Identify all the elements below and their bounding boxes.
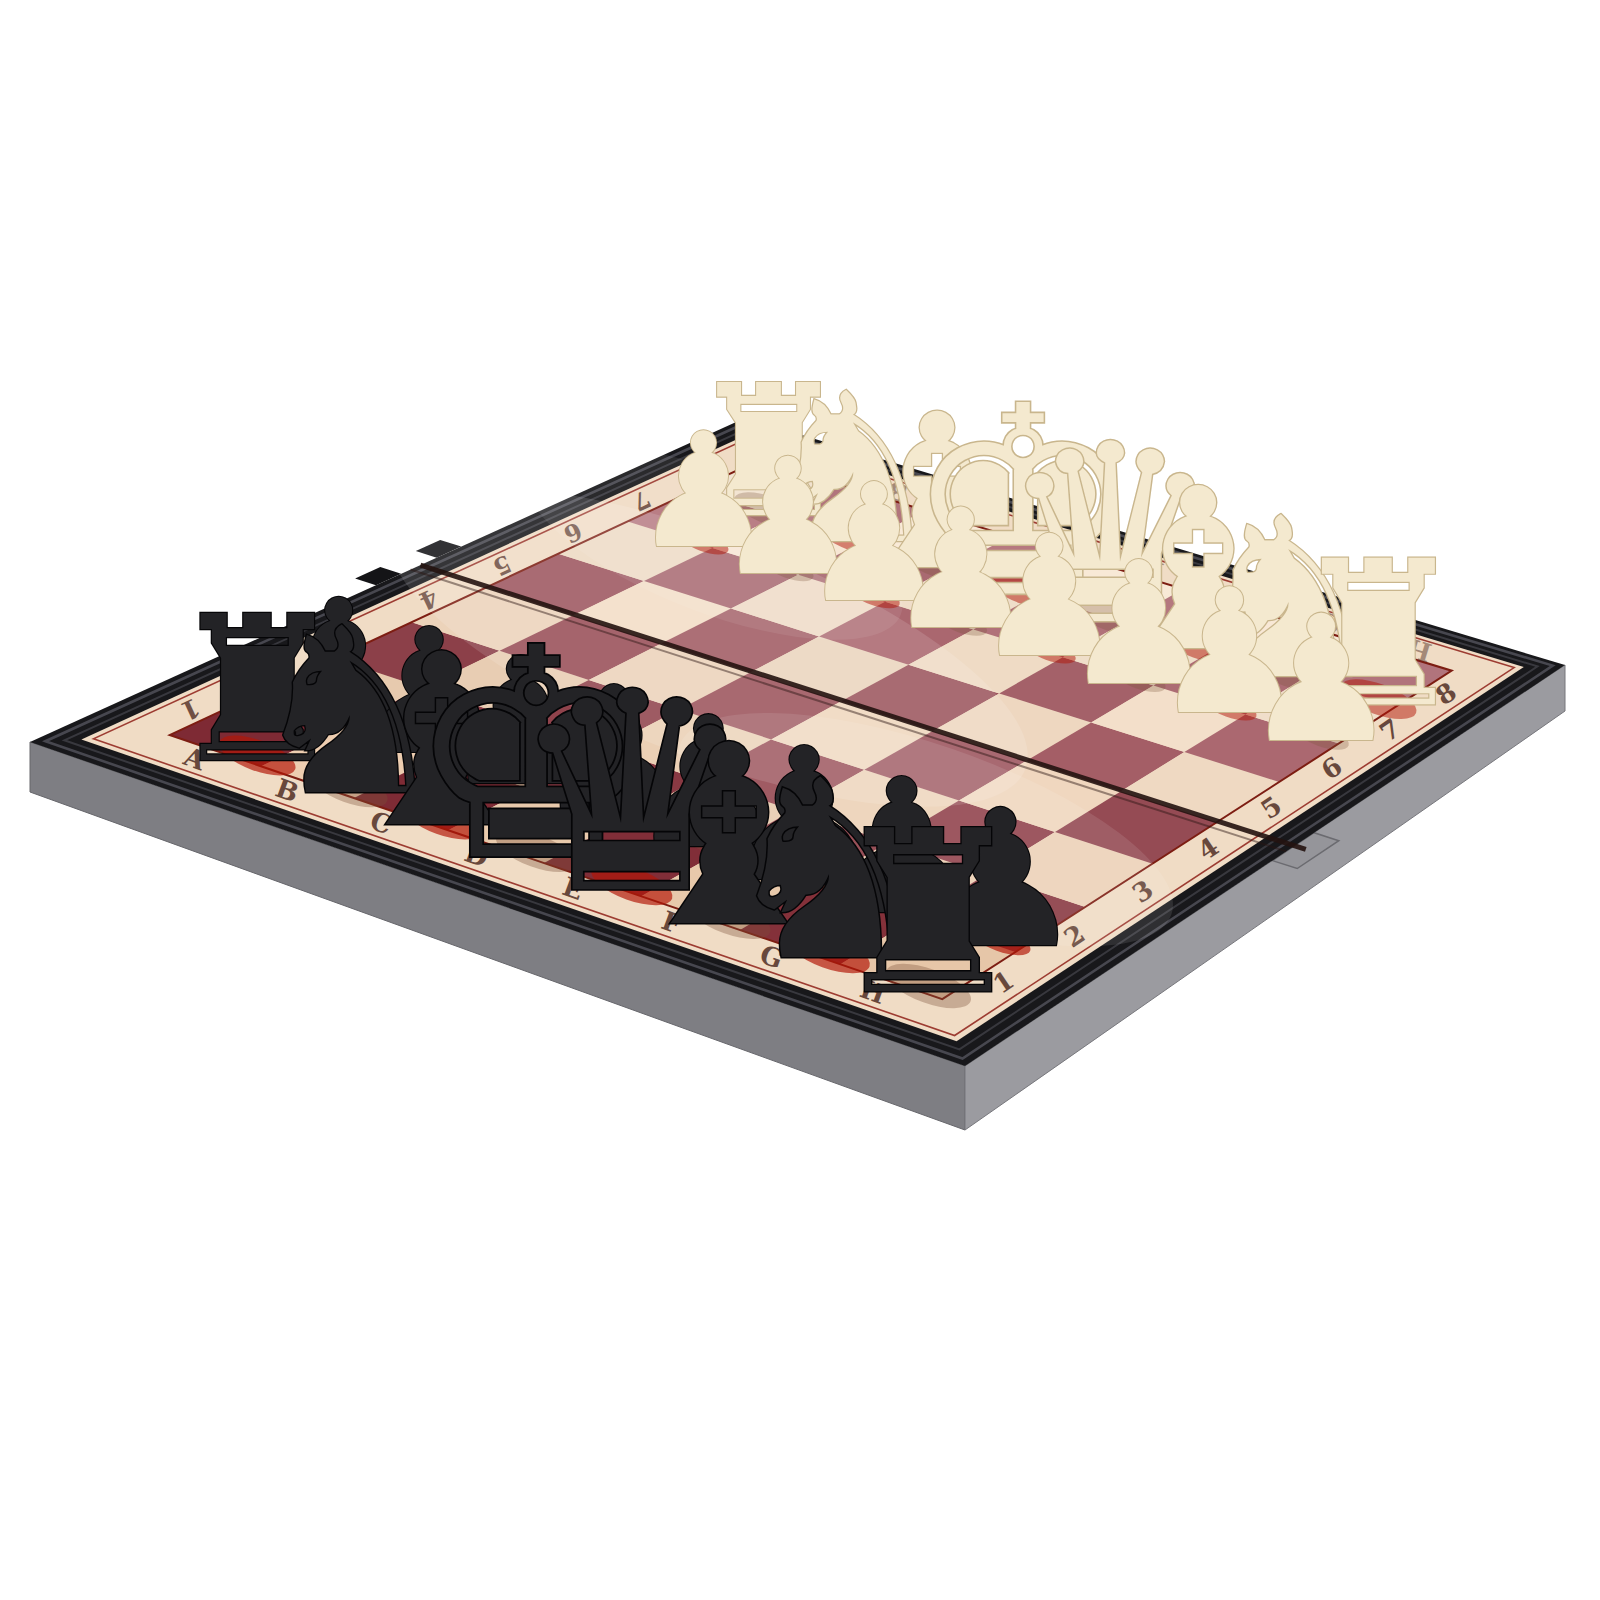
chess-set-photo: AABBCCDDEEFFGGHH1122334455667788♜♞♟♝♟♚♟♛… (0, 0, 1600, 1600)
chessboard: AABBCCDDEEFFGGHH1122334455667788♜♞♟♝♟♚♟♛… (0, 0, 1600, 1600)
piece-black-rook-h1[interactable]: ♜ (828, 783, 1029, 1044)
piece-white-pawn-h7[interactable]: ♟ (1243, 578, 1399, 781)
